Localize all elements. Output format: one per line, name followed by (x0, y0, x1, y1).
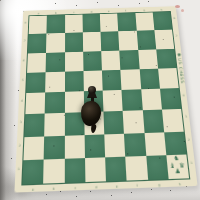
rank-label: 4 (21, 98, 23, 109)
board-square-g4[interactable] (141, 89, 162, 111)
board-square-c8[interactable] (65, 15, 83, 34)
board-square-c6[interactable] (65, 51, 84, 71)
pawn-base-tail (90, 124, 96, 134)
board-square-g3[interactable] (142, 110, 164, 133)
board-square-b5[interactable] (45, 71, 64, 92)
file-label: b (51, 11, 60, 14)
rank-label: 1 (17, 166, 20, 178)
file-label: e (111, 183, 122, 187)
board-square-e1[interactable] (105, 156, 127, 181)
file-label: b (48, 186, 59, 190)
board-square-g6[interactable] (138, 49, 158, 69)
board-square-g2[interactable] (144, 132, 166, 156)
board-square-a8[interactable] (29, 16, 47, 35)
board-square-d8[interactable] (82, 14, 100, 33)
board-square-f2[interactable] (124, 133, 146, 157)
file-label: g (139, 8, 148, 11)
board-square-f6[interactable] (119, 50, 139, 70)
board-square-a4[interactable] (25, 92, 45, 114)
board-square-c1[interactable] (64, 158, 85, 183)
board-square-b8[interactable] (47, 15, 65, 34)
rank-label: 6 (22, 58, 24, 68)
board-square-h7[interactable] (154, 30, 174, 49)
rank-label: 2 (18, 143, 21, 155)
board-square-a3[interactable] (24, 114, 44, 137)
board-square-d7[interactable] (83, 32, 102, 51)
board-square-a6[interactable] (27, 52, 46, 72)
board-square-a5[interactable] (26, 72, 46, 93)
board-square-b6[interactable] (46, 52, 65, 72)
rank-label: 8 (24, 21, 26, 30)
board-square-h3[interactable] (162, 109, 184, 132)
board-square-d1[interactable] (85, 157, 106, 182)
board-square-h6[interactable] (156, 48, 176, 68)
board-square-h8[interactable] (152, 12, 172, 30)
board-square-h5[interactable] (158, 68, 179, 89)
board-square-g7[interactable] (136, 30, 156, 49)
board-square-e7[interactable] (101, 31, 120, 50)
rank-label: 4 (182, 93, 185, 104)
board-square-d6[interactable] (83, 51, 102, 71)
board-square-f8[interactable] (117, 13, 136, 31)
rank-label: 1 (190, 160, 193, 172)
file-label: e (104, 9, 113, 12)
file-label: f (132, 183, 143, 187)
rank-label: 7 (175, 34, 178, 43)
file-label: d (90, 184, 101, 188)
rank-label: 2 (187, 137, 190, 149)
board-square-f3[interactable] (123, 110, 144, 133)
board-square-g8[interactable] (135, 12, 154, 30)
board-square-c7[interactable] (65, 33, 83, 52)
board-square-b4[interactable] (45, 92, 65, 114)
board-square-f5[interactable] (121, 69, 141, 90)
board-square-b1[interactable] (43, 159, 64, 184)
table-photo: abcdefgh abcdefgh 87654321 87654321 ◉ US… (0, 0, 200, 200)
file-label: h (156, 8, 165, 11)
board-square-f1[interactable] (125, 156, 147, 181)
board-square-e8[interactable] (100, 13, 119, 32)
brand-logo-icon: ◉ (177, 52, 182, 57)
board-square-g5[interactable] (139, 68, 160, 89)
file-label: g (153, 182, 164, 186)
pawn-head (88, 86, 96, 94)
red-stain (175, 5, 180, 8)
board-square-f4[interactable] (122, 89, 143, 111)
file-label: c (69, 10, 78, 13)
board-square-c2[interactable] (64, 135, 84, 159)
board-square-b7[interactable] (46, 33, 64, 52)
file-label: a (34, 11, 43, 14)
board-square-h2[interactable] (164, 131, 186, 155)
red-stain (181, 9, 184, 12)
board-square-b3[interactable] (44, 113, 64, 136)
board-square-a2[interactable] (23, 136, 44, 160)
board-square-a1[interactable] (22, 159, 43, 184)
board-square-b2[interactable] (44, 135, 64, 159)
rank-label: 7 (23, 39, 25, 48)
file-label: c (70, 185, 81, 189)
board-square-h4[interactable] (160, 88, 181, 110)
board-speckles (23, 11, 24, 12)
corner-logo: ♞ ♝ ♛ ♟ (169, 156, 187, 175)
board-square-f7[interactable] (118, 31, 137, 50)
fallen-black-pawn[interactable] (80, 84, 108, 138)
file-label: f (122, 9, 131, 12)
crumb-speckles (0, 0, 1, 1)
rank-label: 8 (173, 16, 176, 25)
rank-label: 3 (20, 120, 22, 131)
board-square-g1[interactable] (146, 155, 169, 180)
rank-label: 3 (185, 114, 188, 125)
rank-label: 5 (22, 78, 24, 88)
board-square-e6[interactable] (101, 50, 120, 70)
file-label: a (27, 186, 38, 190)
file-label: d (87, 10, 96, 13)
file-label: h (174, 181, 185, 185)
pawn-icon: ♟ (175, 168, 181, 175)
board-square-a7[interactable] (28, 34, 47, 53)
